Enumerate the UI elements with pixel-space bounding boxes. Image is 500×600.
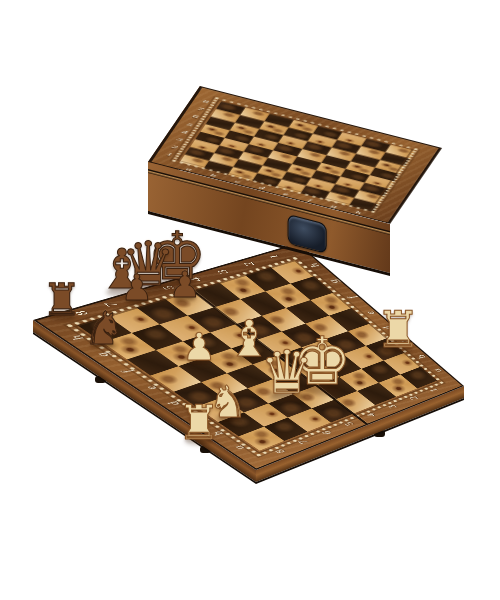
- coordinate-label: 6: [128, 290, 152, 302]
- coordinate-label: h: [64, 331, 90, 344]
- coordinate-label: 1: [161, 151, 178, 158]
- coordinate-label: g: [324, 276, 343, 287]
- coordinate-label: 5: [340, 419, 358, 430]
- coordinate-label: e: [361, 308, 379, 319]
- coordinate-label: h: [304, 260, 324, 271]
- coordinate-label: d: [162, 398, 185, 410]
- coordinate-label: 4: [176, 128, 193, 135]
- coordinate-label: a: [228, 442, 249, 453]
- coordinate-label: d: [379, 323, 397, 334]
- coordinate-label: 8: [68, 307, 94, 320]
- coordinate-label: 2: [405, 393, 422, 403]
- coordinate-label: 5: [157, 281, 180, 293]
- coordinate-label: c: [185, 413, 207, 425]
- coordinate-label: 3: [171, 136, 188, 143]
- coordinate-label: 7: [293, 437, 312, 448]
- coordinate-label: 2: [238, 258, 259, 270]
- coordinate-label: 3: [212, 266, 234, 278]
- coordinate-label: 4: [184, 273, 207, 285]
- open-chessboard: aabbccddeeffgghh8877665544332211: [33, 243, 464, 470]
- coordinate-label: a: [429, 366, 445, 376]
- coordinate-label: 5: [182, 121, 199, 128]
- coordinate-label: e: [139, 382, 162, 394]
- coordinate-label: 1: [263, 251, 284, 263]
- clasp-latch-icon: [288, 214, 327, 254]
- coordinate-label: f: [343, 292, 362, 303]
- coordinate-label: f: [115, 366, 139, 378]
- coordinate-label: 2: [166, 143, 183, 150]
- coordinate-label: 8: [197, 98, 214, 105]
- coordinate-label: 7: [99, 298, 124, 311]
- coordinate-label: 3: [383, 402, 400, 412]
- product-photo-scene: aabbccddeeffgghh8877665544332211 abcdefg…: [0, 0, 500, 600]
- coordinate-label: 8: [270, 446, 290, 457]
- coordinate-label: 1: [425, 385, 441, 395]
- coordinate-label: 7: [192, 105, 209, 112]
- coordinate-label: b: [413, 352, 430, 362]
- coordinate-label: b: [207, 428, 228, 439]
- coordinate-label: 4: [362, 410, 380, 420]
- coordinate-label: g: [90, 349, 115, 361]
- coordinate-label: 6: [187, 113, 204, 120]
- coordinate-label: c: [396, 337, 413, 347]
- coordinate-label: 6: [317, 428, 336, 439]
